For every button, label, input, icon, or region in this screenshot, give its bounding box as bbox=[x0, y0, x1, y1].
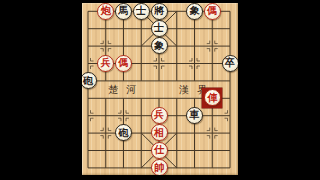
piece-red-elephant[interactable]: 相 bbox=[151, 124, 168, 141]
piece-red-general[interactable]: 帥 bbox=[151, 159, 168, 175]
piece-red-advisor[interactable]: 仕 bbox=[151, 142, 168, 159]
piece-red-horse[interactable]: 傌 bbox=[115, 55, 132, 72]
piece-black-elephant[interactable]: 象 bbox=[186, 3, 203, 20]
piece-red-cannon[interactable]: 炮 bbox=[97, 3, 114, 20]
piece-red-pawn[interactable]: 兵 bbox=[97, 55, 114, 72]
piece-black-horse[interactable]: 馬 bbox=[115, 3, 132, 20]
piece-black-general[interactable]: 將 bbox=[151, 3, 168, 20]
piece-black-pawn[interactable]: 卒 bbox=[222, 55, 239, 72]
piece-red-horse[interactable]: 傌 bbox=[204, 3, 221, 20]
piece-black-cannon[interactable]: 砲 bbox=[82, 72, 97, 89]
piece-black-advisor[interactable]: 士 bbox=[133, 3, 150, 20]
xiangqi-board[interactable]: 楚河 漢界 炮馬士將象傌士象兵傌卒砲俥兵車砲相仕帥 bbox=[82, 3, 238, 176]
piece-black-advisor[interactable]: 士 bbox=[151, 20, 168, 37]
river-label-left: 楚河 bbox=[108, 84, 144, 95]
video-frame: 楚河 漢界 炮馬士將象傌士象兵傌卒砲俥兵車砲相仕帥 bbox=[0, 0, 320, 180]
piece-black-elephant[interactable]: 象 bbox=[151, 37, 168, 54]
piece-red-pawn[interactable]: 兵 bbox=[151, 107, 168, 124]
piece-black-chariot[interactable]: 車 bbox=[186, 107, 203, 124]
